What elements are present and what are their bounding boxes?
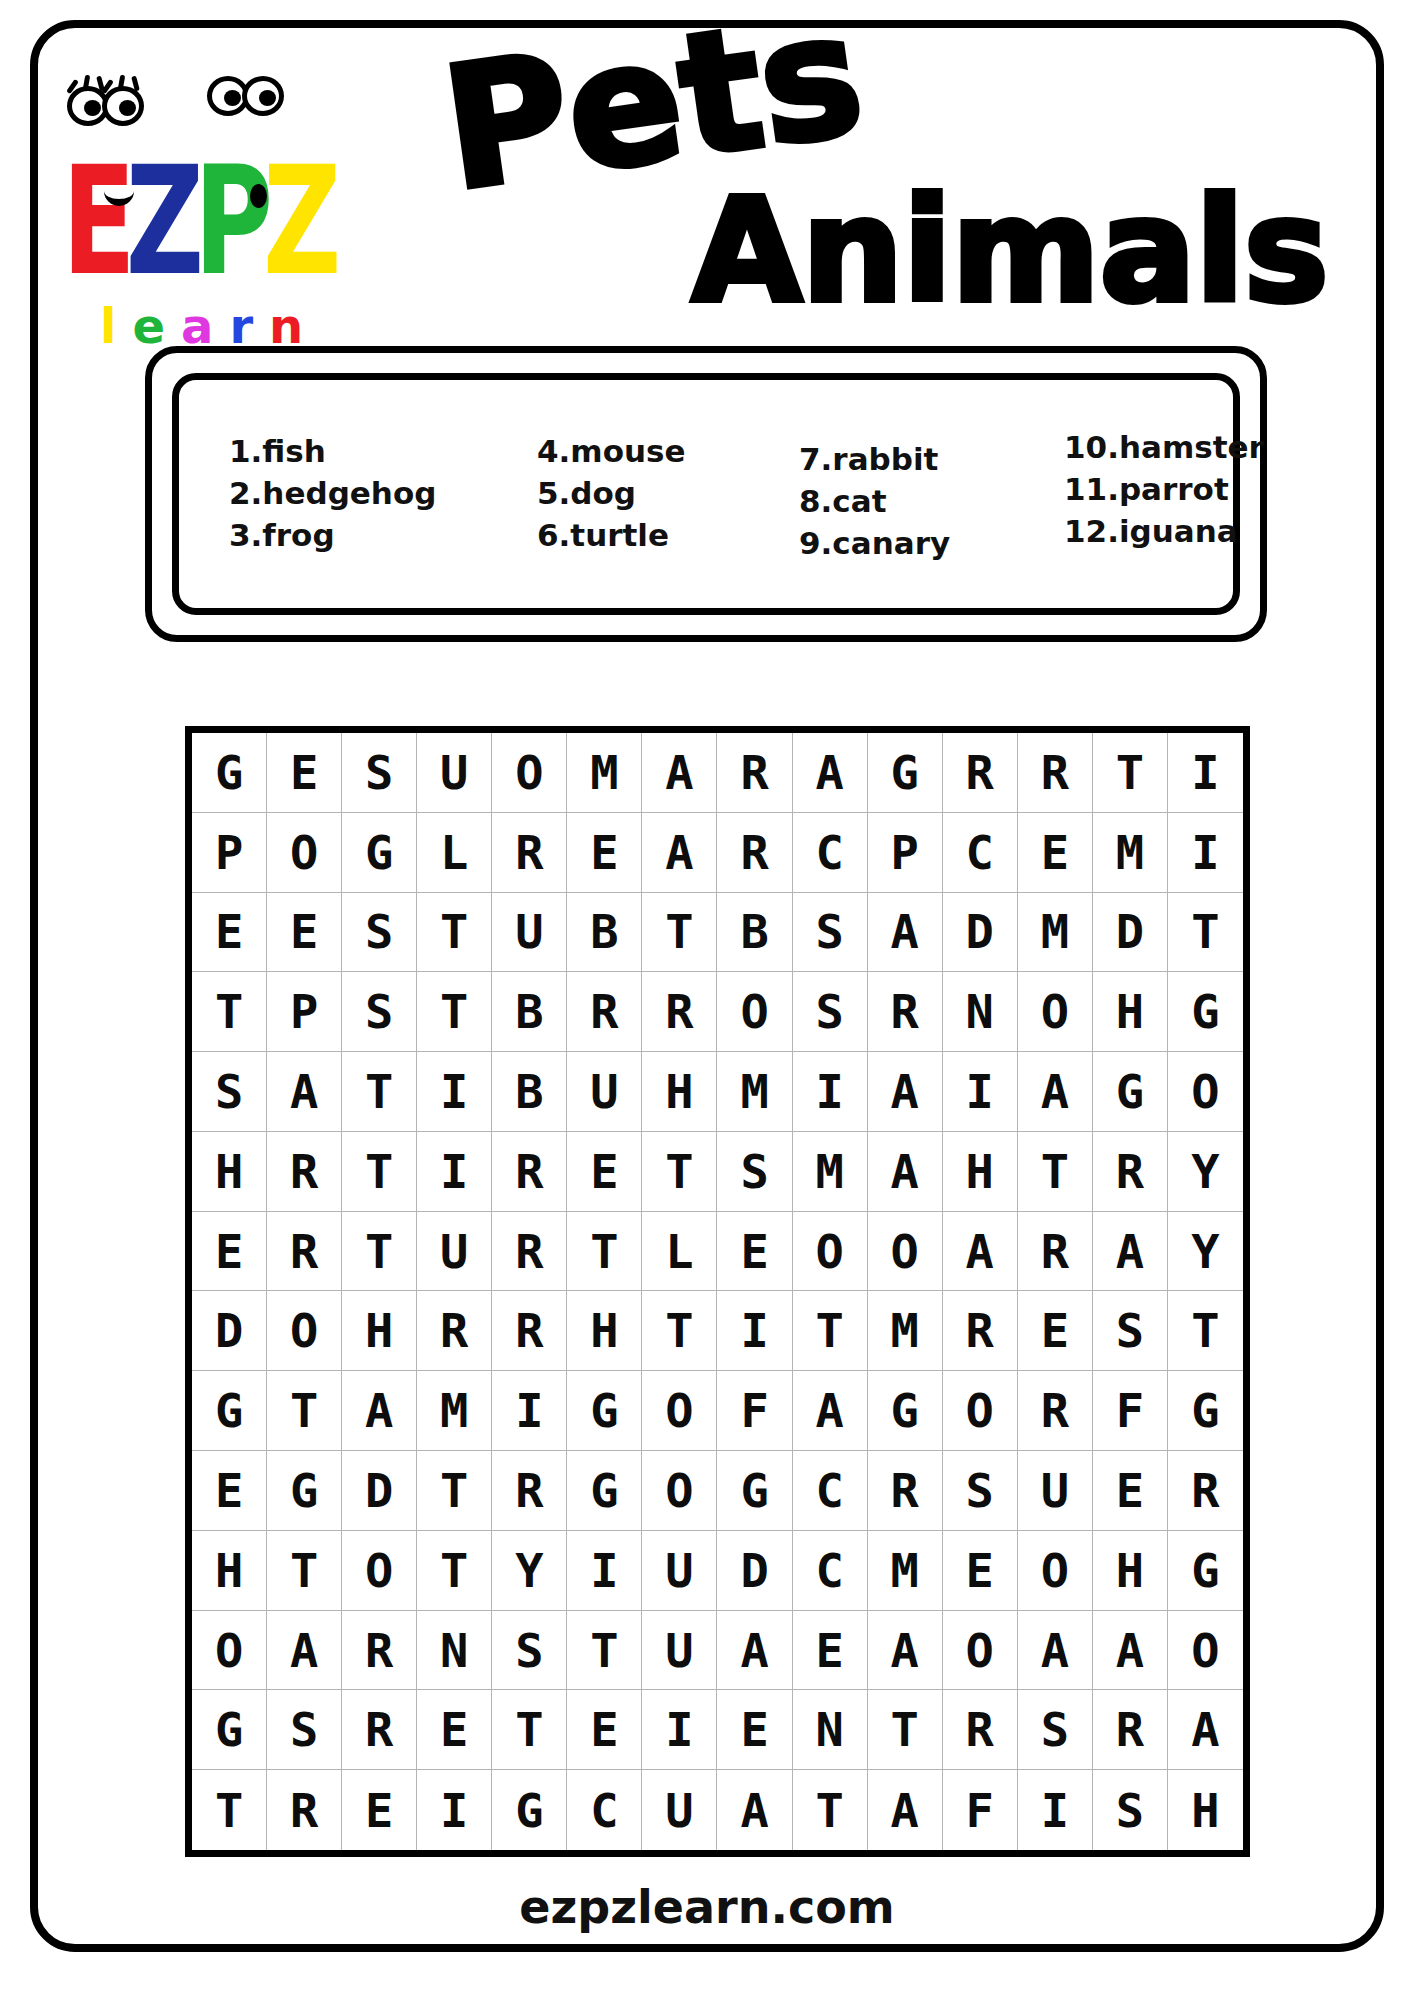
- grid-cell-r5c3[interactable]: T: [342, 1052, 417, 1132]
- word-search-grid: GESUOMARAGRRTIPOGLREARCPCEMIEESTUBTBSADM…: [185, 726, 1250, 1857]
- ezpz-learn-logo: EZPZ learn: [62, 88, 382, 358]
- grid-cell-r9c1[interactable]: G: [192, 1371, 267, 1451]
- grid-cell-r4c14[interactable]: G: [1168, 972, 1243, 1052]
- grid-cell-r11c8[interactable]: D: [717, 1531, 792, 1611]
- word-cat: 8.cat: [799, 480, 950, 522]
- grid-cell-r1c2[interactable]: E: [267, 733, 342, 813]
- grid-cell-r5c7[interactable]: H: [642, 1052, 717, 1132]
- grid-cell-r7c1[interactable]: E: [192, 1212, 267, 1292]
- grid-cell-r11c11[interactable]: E: [943, 1531, 1018, 1611]
- grid-cell-r14c6[interactable]: C: [567, 1770, 642, 1850]
- grid-cell-r8c9[interactable]: T: [793, 1291, 868, 1371]
- grid-cell-r3c4[interactable]: T: [417, 893, 492, 973]
- grid-cell-r4c12[interactable]: O: [1018, 972, 1093, 1052]
- grid-cell-r1c4[interactable]: U: [417, 733, 492, 813]
- grid-cell-r13c1[interactable]: G: [192, 1690, 267, 1770]
- grid-cell-r8c13[interactable]: S: [1093, 1291, 1168, 1371]
- grid-cell-r2c8[interactable]: R: [717, 813, 792, 893]
- grid-cell-r12c13[interactable]: A: [1093, 1611, 1168, 1691]
- grid-cell-r7c6[interactable]: T: [567, 1212, 642, 1292]
- grid-cell-r1c10[interactable]: G: [868, 733, 943, 813]
- grid-cell-r6c12[interactable]: T: [1018, 1132, 1093, 1212]
- grid-cell-r7c4[interactable]: U: [417, 1212, 492, 1292]
- grid-cell-r2c14[interactable]: I: [1168, 813, 1243, 893]
- grid-cell-r11c14[interactable]: G: [1168, 1531, 1243, 1611]
- word-parrot: 11.parrot: [1064, 468, 1264, 510]
- grid-cell-r13c8[interactable]: E: [717, 1690, 792, 1770]
- grid-cell-r7c2[interactable]: R: [267, 1212, 342, 1292]
- word-hamster: 10.hamster: [1064, 426, 1264, 468]
- grid-cell-r5c8[interactable]: M: [717, 1052, 792, 1132]
- brand-letter-Z: Z: [263, 134, 331, 308]
- grid-cell-r13c9[interactable]: N: [793, 1690, 868, 1770]
- grid-cell-r3c2[interactable]: E: [267, 893, 342, 973]
- title-line-animals: Animals: [692, 168, 1329, 333]
- grid-cell-r2c6[interactable]: E: [567, 813, 642, 893]
- grid-cell-r9c11[interactable]: O: [943, 1371, 1018, 1451]
- grid-cell-r6c8[interactable]: S: [717, 1132, 792, 1212]
- word-list-column-2: 4.mouse5.dog6.turtle: [537, 430, 686, 556]
- grid-cell-r14c4[interactable]: I: [417, 1770, 492, 1850]
- grid-cell-r4c3[interactable]: S: [342, 972, 417, 1052]
- brand-letter-Z: Z: [126, 134, 194, 308]
- brand-letter-l: l: [100, 298, 132, 354]
- word-hedgehog: 2.hedgehog: [229, 472, 436, 514]
- grid-cell-r3c7[interactable]: T: [642, 893, 717, 973]
- grid-cell-r10c9[interactable]: C: [793, 1451, 868, 1531]
- grid-cell-r5c6[interactable]: U: [567, 1052, 642, 1132]
- grid-cell-r7c11[interactable]: A: [943, 1212, 1018, 1292]
- grid-cell-r2c13[interactable]: M: [1093, 813, 1168, 893]
- grid-cell-r3c11[interactable]: D: [943, 893, 1018, 973]
- grid-cell-r2c10[interactable]: P: [868, 813, 943, 893]
- grid-cell-r14c7[interactable]: U: [642, 1770, 717, 1850]
- grid-cell-r8c12[interactable]: E: [1018, 1291, 1093, 1371]
- word-list-column-1: 1.fish2.hedgehog3.frog: [229, 430, 436, 556]
- grid-cell-r12c8[interactable]: A: [717, 1611, 792, 1691]
- grid-cell-r1c3[interactable]: S: [342, 733, 417, 813]
- footer-url: ezpzlearn.com: [0, 1880, 1414, 1934]
- grid-cell-r13c2[interactable]: S: [267, 1690, 342, 1770]
- grid-cell-r10c4[interactable]: T: [417, 1451, 492, 1531]
- grid-cell-r10c1[interactable]: E: [192, 1451, 267, 1531]
- grid-cell-r2c9[interactable]: C: [793, 813, 868, 893]
- grid-cell-r1c8[interactable]: R: [717, 733, 792, 813]
- grid-cell-r9c8[interactable]: F: [717, 1371, 792, 1451]
- grid-cell-r13c14[interactable]: A: [1168, 1690, 1243, 1770]
- grid-cell-r9c14[interactable]: G: [1168, 1371, 1243, 1451]
- word-list-column-3: 7.rabbit8.cat9.canary: [799, 438, 950, 564]
- grid-cell-r6c13[interactable]: R: [1093, 1132, 1168, 1212]
- grid-cell-r11c10[interactable]: M: [868, 1531, 943, 1611]
- grid-cell-r3c6[interactable]: B: [567, 893, 642, 973]
- grid-cell-r8c10[interactable]: M: [868, 1291, 943, 1371]
- grid-cell-r2c7[interactable]: A: [642, 813, 717, 893]
- grid-cell-r14c13[interactable]: S: [1093, 1770, 1168, 1850]
- grid-cell-r11c5[interactable]: Y: [492, 1531, 567, 1611]
- pupil-icon: [224, 90, 241, 106]
- grid-cell-r1c5[interactable]: O: [492, 733, 567, 813]
- grid-cell-r3c9[interactable]: S: [793, 893, 868, 973]
- grid-cell-r11c1[interactable]: H: [192, 1531, 267, 1611]
- grid-cell-r3c1[interactable]: E: [192, 893, 267, 973]
- grid-cell-r11c7[interactable]: U: [642, 1531, 717, 1611]
- grid-cell-r10c5[interactable]: R: [492, 1451, 567, 1531]
- grid-cell-r12c4[interactable]: N: [417, 1611, 492, 1691]
- brand-ezpz: EZPZ: [62, 146, 331, 296]
- grid-cell-r8c11[interactable]: R: [943, 1291, 1018, 1371]
- word-rabbit: 7.rabbit: [799, 438, 950, 480]
- grid-cell-r3c5[interactable]: U: [492, 893, 567, 973]
- grid-cell-r13c10[interactable]: T: [868, 1690, 943, 1770]
- grid-cell-r2c2[interactable]: O: [267, 813, 342, 893]
- grid-cell-r12c14[interactable]: O: [1168, 1611, 1243, 1691]
- grid-cell-r14c14[interactable]: H: [1168, 1770, 1243, 1850]
- grid-cell-r8c14[interactable]: T: [1168, 1291, 1243, 1371]
- grid-cell-r14c12[interactable]: I: [1018, 1770, 1093, 1850]
- grid-cell-r9c2[interactable]: T: [267, 1371, 342, 1451]
- grid-cell-r8c7[interactable]: T: [642, 1291, 717, 1371]
- grid-cell-r4c10[interactable]: R: [868, 972, 943, 1052]
- grid-cell-r12c11[interactable]: O: [943, 1611, 1018, 1691]
- eye-icon: [102, 86, 144, 126]
- grid-cell-r12c3[interactable]: R: [342, 1611, 417, 1691]
- worksheet-page: EZPZ learn: [0, 0, 1414, 2000]
- grid-cell-r10c6[interactable]: G: [567, 1451, 642, 1531]
- grid-cell-r11c4[interactable]: T: [417, 1531, 492, 1611]
- grid-cell-r12c2[interactable]: A: [267, 1611, 342, 1691]
- word-list-box: 1.fish2.hedgehog3.frog 4.mouse5.dog6.tur…: [145, 346, 1267, 642]
- grid-cell-r9c10[interactable]: G: [868, 1371, 943, 1451]
- grid-cell-r7c7[interactable]: L: [642, 1212, 717, 1292]
- pupil-icon: [84, 100, 101, 116]
- grid-cell-r6c14[interactable]: Y: [1168, 1132, 1243, 1212]
- grid-cell-r11c9[interactable]: C: [793, 1531, 868, 1611]
- grid-cell-r8c8[interactable]: I: [717, 1291, 792, 1371]
- word-fish: 1.fish: [229, 430, 436, 472]
- grid-cell-r12c7[interactable]: U: [642, 1611, 717, 1691]
- grid-cell-r6c9[interactable]: M: [793, 1132, 868, 1212]
- grid-cell-r13c4[interactable]: E: [417, 1690, 492, 1770]
- grid-cell-r14c5[interactable]: G: [492, 1770, 567, 1850]
- grid-cell-r7c9[interactable]: O: [793, 1212, 868, 1292]
- word-list-column-4: 10.hamster11.parrot12.iguana: [1064, 426, 1264, 552]
- grid-cell-r3c12[interactable]: M: [1018, 893, 1093, 973]
- grid-cell-r8c5[interactable]: R: [492, 1291, 567, 1371]
- grid-cell-r2c12[interactable]: E: [1018, 813, 1093, 893]
- grid-cell-r14c2[interactable]: R: [267, 1770, 342, 1850]
- grid-cell-r12c6[interactable]: T: [567, 1611, 642, 1691]
- grid-cell-r8c4[interactable]: R: [417, 1291, 492, 1371]
- grid-cell-r9c3[interactable]: A: [342, 1371, 417, 1451]
- brand-letter-E: E: [62, 134, 126, 308]
- grid-cell-r12c9[interactable]: E: [793, 1611, 868, 1691]
- grid-cell-r1c13[interactable]: T: [1093, 733, 1168, 813]
- grid-cell-r4c4[interactable]: T: [417, 972, 492, 1052]
- grid-cell-r3c14[interactable]: T: [1168, 893, 1243, 973]
- pupil-icon: [259, 90, 276, 106]
- grid-cell-r1c11[interactable]: R: [943, 733, 1018, 813]
- grid-cell-r7c8[interactable]: E: [717, 1212, 792, 1292]
- grid-cell-r7c14[interactable]: Y: [1168, 1212, 1243, 1292]
- grid-cell-r4c2[interactable]: P: [267, 972, 342, 1052]
- word-list-inner-border: 1.fish2.hedgehog3.frog 4.mouse5.dog6.tur…: [172, 373, 1240, 615]
- grid-cell-r8c3[interactable]: H: [342, 1291, 417, 1371]
- grid-cell-r7c5[interactable]: R: [492, 1212, 567, 1292]
- grid-cell-r10c13[interactable]: E: [1093, 1451, 1168, 1531]
- grid-cell-r1c1[interactable]: G: [192, 733, 267, 813]
- grid-cell-r11c12[interactable]: O: [1018, 1531, 1093, 1611]
- grid-cell-r13c11[interactable]: R: [943, 1690, 1018, 1770]
- grid-cell-r10c12[interactable]: U: [1018, 1451, 1093, 1531]
- grid-cell-r2c3[interactable]: G: [342, 813, 417, 893]
- grid-cell-r6c7[interactable]: T: [642, 1132, 717, 1212]
- grid-cell-r8c2[interactable]: O: [267, 1291, 342, 1371]
- grid-cell-r11c2[interactable]: T: [267, 1531, 342, 1611]
- grid-cell-r7c10[interactable]: O: [868, 1212, 943, 1292]
- o-mouth-icon: [250, 184, 267, 208]
- grid-cell-r4c7[interactable]: R: [642, 972, 717, 1052]
- grid-cell-r13c3[interactable]: R: [342, 1690, 417, 1770]
- grid-cell-r2c1[interactable]: P: [192, 813, 267, 893]
- grid-cell-r5c1[interactable]: S: [192, 1052, 267, 1132]
- grid-cell-r9c9[interactable]: A: [793, 1371, 868, 1451]
- grid-cell-r4c13[interactable]: H: [1093, 972, 1168, 1052]
- grid-cell-r5c10[interactable]: A: [868, 1052, 943, 1132]
- grid-cell-r3c13[interactable]: D: [1093, 893, 1168, 973]
- grid-cell-r6c2[interactable]: R: [267, 1132, 342, 1212]
- grid-cell-r10c14[interactable]: R: [1168, 1451, 1243, 1531]
- grid-cell-r6c1[interactable]: H: [192, 1132, 267, 1212]
- grid-cell-r9c7[interactable]: O: [642, 1371, 717, 1451]
- grid-cell-r4c8[interactable]: O: [717, 972, 792, 1052]
- grid-cell-r4c6[interactable]: R: [567, 972, 642, 1052]
- grid-cell-r14c1[interactable]: T: [192, 1770, 267, 1850]
- grid-cell-r7c13[interactable]: A: [1093, 1212, 1168, 1292]
- grid-cell-r8c1[interactable]: D: [192, 1291, 267, 1371]
- grid-cell-r6c10[interactable]: A: [868, 1132, 943, 1212]
- grid-cell-r2c4[interactable]: L: [417, 813, 492, 893]
- grid-cell-r11c3[interactable]: O: [342, 1531, 417, 1611]
- grid-cell-r2c5[interactable]: R: [492, 813, 567, 893]
- grid-cell-r9c6[interactable]: G: [567, 1371, 642, 1451]
- grid-cell-r10c2[interactable]: G: [267, 1451, 342, 1531]
- word-iguana: 12.iguana: [1064, 510, 1264, 552]
- grid-cell-r14c8[interactable]: A: [717, 1770, 792, 1850]
- grid-cell-r6c4[interactable]: I: [417, 1132, 492, 1212]
- grid-cell-r8c6[interactable]: H: [567, 1291, 642, 1371]
- grid-cell-r4c1[interactable]: T: [192, 972, 267, 1052]
- grid-cell-r3c10[interactable]: A: [868, 893, 943, 973]
- grid-cell-r13c5[interactable]: T: [492, 1690, 567, 1770]
- grid-cell-r7c12[interactable]: R: [1018, 1212, 1093, 1292]
- grid-cell-r9c5[interactable]: I: [492, 1371, 567, 1451]
- grid-cell-r1c14[interactable]: I: [1168, 733, 1243, 813]
- grid-cell-r12c10[interactable]: A: [868, 1611, 943, 1691]
- brand-letter-P: P: [194, 134, 263, 308]
- grid-cell-r5c13[interactable]: G: [1093, 1052, 1168, 1132]
- grid-cell-r5c5[interactable]: B: [492, 1052, 567, 1132]
- grid-cell-r4c11[interactable]: N: [943, 972, 1018, 1052]
- grid-cell-r13c13[interactable]: R: [1093, 1690, 1168, 1770]
- googly-eyes-icon: [74, 86, 144, 126]
- grid-cell-r5c14[interactable]: O: [1168, 1052, 1243, 1132]
- grid-cell-r7c3[interactable]: T: [342, 1212, 417, 1292]
- grid-cell-r14c9[interactable]: T: [793, 1770, 868, 1850]
- grid-cell-r1c12[interactable]: R: [1018, 733, 1093, 813]
- grid-cell-r6c11[interactable]: H: [943, 1132, 1018, 1212]
- grid-cell-r11c13[interactable]: H: [1093, 1531, 1168, 1611]
- grid-cell-r6c6[interactable]: E: [567, 1132, 642, 1212]
- grid-cell-r6c3[interactable]: T: [342, 1132, 417, 1212]
- word-mouse: 4.mouse: [537, 430, 686, 472]
- grid-cell-r13c7[interactable]: I: [642, 1690, 717, 1770]
- grid-cell-r10c7[interactable]: O: [642, 1451, 717, 1531]
- grid-cell-r14c10[interactable]: A: [868, 1770, 943, 1850]
- grid-cell-r12c1[interactable]: O: [192, 1611, 267, 1691]
- grid-cell-r10c11[interactable]: S: [943, 1451, 1018, 1531]
- grid-cell-r1c7[interactable]: A: [642, 733, 717, 813]
- grid-cell-r5c12[interactable]: A: [1018, 1052, 1093, 1132]
- grid-cell-r13c12[interactable]: S: [1018, 1690, 1093, 1770]
- grid-cell-r10c3[interactable]: D: [342, 1451, 417, 1531]
- pupil-icon: [119, 100, 136, 116]
- grid-cell-r12c5[interactable]: S: [492, 1611, 567, 1691]
- word-turtle: 6.turtle: [537, 514, 686, 556]
- grid-cell-r14c11[interactable]: F: [943, 1770, 1018, 1850]
- grid-cell-r6c5[interactable]: R: [492, 1132, 567, 1212]
- grid-cell-r9c4[interactable]: M: [417, 1371, 492, 1451]
- grid-cell-r13c6[interactable]: E: [567, 1690, 642, 1770]
- word-dog: 5.dog: [537, 472, 686, 514]
- word-canary: 9.canary: [799, 522, 950, 564]
- grid-cell-r10c10[interactable]: R: [868, 1451, 943, 1531]
- grid-cell-r9c12[interactable]: R: [1018, 1371, 1093, 1451]
- grid-cell-r3c3[interactable]: S: [342, 893, 417, 973]
- grid-cell-r1c6[interactable]: M: [567, 733, 642, 813]
- grid-cell-r11c6[interactable]: I: [567, 1531, 642, 1611]
- grid-cell-r12c12[interactable]: A: [1018, 1611, 1093, 1691]
- grid-cell-r14c3[interactable]: E: [342, 1770, 417, 1850]
- grid-cell-r4c5[interactable]: B: [492, 972, 567, 1052]
- grid-cell-r10c8[interactable]: G: [717, 1451, 792, 1531]
- grid-cell-r9c13[interactable]: F: [1093, 1371, 1168, 1451]
- grid-cell-r5c11[interactable]: I: [943, 1052, 1018, 1132]
- grid-cell-r1c9[interactable]: A: [793, 733, 868, 813]
- grid-cell-r3c8[interactable]: B: [717, 893, 792, 973]
- word-frog: 3.frog: [229, 514, 436, 556]
- grid-cell-r5c2[interactable]: A: [267, 1052, 342, 1132]
- googly-eyes-icon: [214, 76, 284, 116]
- grid-cell-r4c9[interactable]: S: [793, 972, 868, 1052]
- grid-cell-r5c9[interactable]: I: [793, 1052, 868, 1132]
- grid-cell-r5c4[interactable]: I: [417, 1052, 492, 1132]
- grid-cell-r2c11[interactable]: C: [943, 813, 1018, 893]
- eye-icon: [242, 76, 284, 116]
